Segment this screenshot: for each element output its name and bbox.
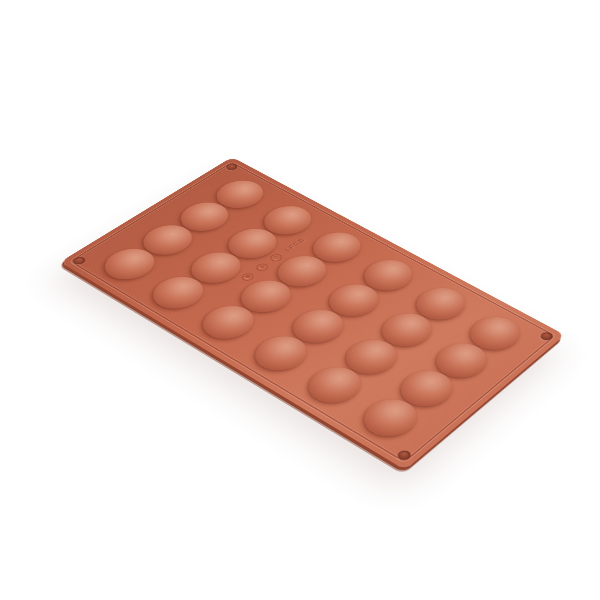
corner-hole-top-left — [224, 162, 240, 171]
photo-stage: LFGB ⊙❄✽ — [0, 0, 600, 600]
corner-hole-bottom-right — [395, 449, 413, 462]
cavity-grid — [86, 171, 539, 450]
corner-hole-top-right — [538, 331, 555, 342]
dishwasher-safe-icon: ⊙ — [268, 253, 284, 263]
freezer-safe-icon: ❄ — [253, 262, 270, 272]
corner-hole-bottom-left — [70, 256, 87, 266]
silicone-mold: LFGB ⊙❄✽ — [60, 157, 565, 470]
